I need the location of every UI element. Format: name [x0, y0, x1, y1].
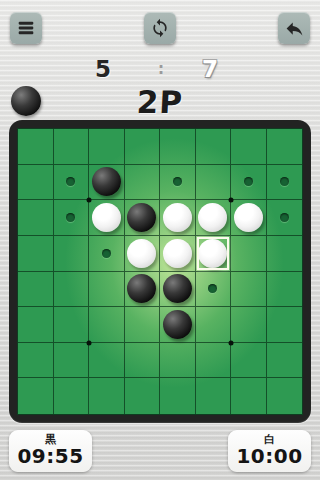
cell-h8[interactable]	[267, 378, 303, 414]
cell-h7[interactable]	[267, 343, 303, 379]
cell-d5[interactable]	[125, 272, 161, 308]
white-clock: 白 10:00	[228, 430, 311, 472]
cell-f7[interactable]	[196, 343, 232, 379]
white-disc	[163, 203, 192, 232]
cell-h3[interactable]	[267, 200, 303, 236]
cell-e6[interactable]	[160, 307, 196, 343]
star-point	[87, 340, 92, 345]
mode-label: 2P	[0, 84, 320, 120]
cell-g5[interactable]	[231, 272, 267, 308]
cell-d6[interactable]	[125, 307, 161, 343]
legal-move-hint	[66, 177, 75, 186]
star-point	[229, 198, 234, 203]
cell-e7[interactable]	[160, 343, 196, 379]
cell-e8[interactable]	[160, 378, 196, 414]
white-disc	[163, 239, 192, 268]
cell-c8[interactable]	[89, 378, 125, 414]
white-score: 7	[202, 56, 218, 82]
cell-b7[interactable]	[54, 343, 90, 379]
cell-c5[interactable]	[89, 272, 125, 308]
cell-c1[interactable]	[89, 129, 125, 165]
cell-h1[interactable]	[267, 129, 303, 165]
cell-g7[interactable]	[231, 343, 267, 379]
cell-h4[interactable]	[267, 236, 303, 272]
cell-c6[interactable]	[89, 307, 125, 343]
black-disc	[127, 203, 156, 232]
cell-a6[interactable]	[18, 307, 54, 343]
cell-g6[interactable]	[231, 307, 267, 343]
black-clock: 黒 09:55	[9, 430, 92, 472]
star-point	[229, 340, 234, 345]
cell-d8[interactable]	[125, 378, 161, 414]
black-disc	[163, 274, 192, 303]
cell-c2[interactable]	[89, 165, 125, 201]
black-disc	[92, 167, 121, 196]
cell-d3[interactable]	[125, 200, 161, 236]
score-separator: :	[158, 60, 164, 78]
cell-b3[interactable]	[54, 200, 90, 236]
cell-f3[interactable]	[196, 200, 232, 236]
white-disc	[234, 203, 263, 232]
refresh-button[interactable]	[144, 12, 176, 44]
black-disc	[163, 310, 192, 339]
cell-b5[interactable]	[54, 272, 90, 308]
cell-b1[interactable]	[54, 129, 90, 165]
cell-e4[interactable]	[160, 236, 196, 272]
cell-a4[interactable]	[18, 236, 54, 272]
cell-a7[interactable]	[18, 343, 54, 379]
legal-move-hint	[280, 177, 289, 186]
cell-e3[interactable]	[160, 200, 196, 236]
cell-g3[interactable]	[231, 200, 267, 236]
white-disc	[198, 239, 227, 268]
legal-move-hint	[280, 213, 289, 222]
legal-move-hint	[173, 177, 182, 186]
legal-move-hint	[102, 249, 111, 258]
cell-d7[interactable]	[125, 343, 161, 379]
cell-h5[interactable]	[267, 272, 303, 308]
cell-a3[interactable]	[18, 200, 54, 236]
othello-board	[17, 128, 303, 415]
cell-a2[interactable]	[18, 165, 54, 201]
undo-button[interactable]	[278, 12, 310, 44]
cell-e1[interactable]	[160, 129, 196, 165]
app-screen: 5 : 7 2P 黒 09:55 白 10:00	[0, 0, 320, 480]
legal-move-hint	[66, 213, 75, 222]
cell-a1[interactable]	[18, 129, 54, 165]
undo-arrow-icon	[284, 18, 305, 39]
cell-f1[interactable]	[196, 129, 232, 165]
cell-c7[interactable]	[89, 343, 125, 379]
cell-b2[interactable]	[54, 165, 90, 201]
cell-d4[interactable]	[125, 236, 161, 272]
cell-f5[interactable]	[196, 272, 232, 308]
scoreboard: 5 : 7	[0, 56, 320, 84]
cell-d1[interactable]	[125, 129, 161, 165]
cell-f2[interactable]	[196, 165, 232, 201]
cell-a5[interactable]	[18, 272, 54, 308]
black-score: 5	[95, 56, 111, 82]
menu-button[interactable]	[10, 12, 42, 44]
cell-c3[interactable]	[89, 200, 125, 236]
board-frame	[9, 120, 311, 423]
refresh-icon	[150, 18, 170, 38]
cell-g4[interactable]	[231, 236, 267, 272]
star-point	[87, 198, 92, 203]
cell-f8[interactable]	[196, 378, 232, 414]
white-disc	[92, 203, 121, 232]
white-disc	[198, 203, 227, 232]
cell-f4[interactable]	[196, 236, 232, 272]
cell-b8[interactable]	[54, 378, 90, 414]
black-disc	[127, 274, 156, 303]
cell-e5[interactable]	[160, 272, 196, 308]
white-clock-time: 10:00	[228, 445, 311, 468]
cell-h6[interactable]	[267, 307, 303, 343]
cell-f6[interactable]	[196, 307, 232, 343]
cell-e2[interactable]	[160, 165, 196, 201]
cell-b4[interactable]	[54, 236, 90, 272]
cell-g1[interactable]	[231, 129, 267, 165]
cell-d2[interactable]	[125, 165, 161, 201]
legal-move-hint	[208, 284, 217, 293]
menu-icon	[15, 17, 37, 39]
cell-c4[interactable]	[89, 236, 125, 272]
cell-b6[interactable]	[54, 307, 90, 343]
legal-move-hint	[244, 177, 253, 186]
cell-g2[interactable]	[231, 165, 267, 201]
black-clock-time: 09:55	[9, 445, 92, 468]
cell-g8[interactable]	[231, 378, 267, 414]
white-disc	[127, 239, 156, 268]
cell-h2[interactable]	[267, 165, 303, 201]
cell-a8[interactable]	[18, 378, 54, 414]
